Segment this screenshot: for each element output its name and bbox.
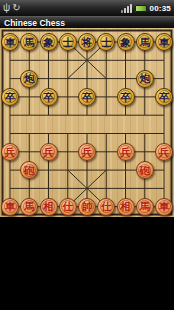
piece-black-soldier[interactable]: 卒 [78, 88, 96, 106]
piece-red-elephant[interactable]: 相 [40, 198, 58, 216]
piece-red-soldier[interactable]: 兵 [40, 143, 58, 161]
status-icons-right: 00:35 [121, 4, 174, 13]
piece-black-soldier[interactable]: 卒 [1, 88, 19, 106]
piece-black-advisor[interactable]: 士 [97, 33, 115, 51]
piece-black-advisor[interactable]: 士 [59, 33, 77, 51]
piece-black-soldier[interactable]: 卒 [155, 88, 173, 106]
status-icons-left: ψ ↻ [0, 3, 121, 13]
piece-red-soldier[interactable]: 兵 [155, 143, 173, 161]
piece-red-advisor[interactable]: 仕 [59, 198, 77, 216]
piece-red-horse[interactable]: 馬 [136, 198, 154, 216]
piece-red-soldier[interactable]: 兵 [78, 143, 96, 161]
pieces-layer: 車馬象士将士象馬車炮炮卒卒卒卒卒兵兵兵兵兵砲砲車馬相仕帥仕相馬車 [0, 33, 173, 216]
lower-black-area [0, 217, 174, 310]
piece-red-chariot[interactable]: 車 [155, 198, 173, 216]
piece-black-soldier[interactable]: 卒 [40, 88, 58, 106]
piece-black-elephant[interactable]: 象 [40, 33, 58, 51]
piece-red-chariot[interactable]: 車 [1, 198, 19, 216]
piece-black-horse[interactable]: 馬 [20, 33, 38, 51]
piece-red-elephant[interactable]: 相 [117, 198, 135, 216]
piece-black-cannon[interactable]: 炮 [20, 70, 38, 88]
app-title: Chinese Chess [0, 18, 65, 28]
piece-red-horse[interactable]: 馬 [20, 198, 38, 216]
piece-black-horse[interactable]: 馬 [136, 33, 154, 51]
piece-black-chariot[interactable]: 車 [155, 33, 173, 51]
title-bar: Chinese Chess [0, 16, 174, 28]
signal-icon [121, 4, 132, 13]
piece-black-elephant[interactable]: 象 [117, 33, 135, 51]
usb-icon: ψ [3, 3, 10, 13]
piece-black-chariot[interactable]: 車 [1, 33, 19, 51]
piece-red-general[interactable]: 帥 [78, 198, 96, 216]
piece-black-general[interactable]: 将 [78, 33, 96, 51]
piece-red-cannon[interactable]: 砲 [136, 161, 154, 179]
piece-red-soldier[interactable]: 兵 [1, 143, 19, 161]
piece-red-cannon[interactable]: 砲 [20, 161, 38, 179]
piece-red-advisor[interactable]: 仕 [97, 198, 115, 216]
phone-screen: ψ ↻ 00:35 Chinese Chess [0, 0, 174, 310]
sync-icon: ↻ [12, 3, 20, 13]
status-bar: ψ ↻ 00:35 [0, 0, 174, 16]
xiangqi-board[interactable]: 車馬象士将士象馬車炮炮卒卒卒卒卒兵兵兵兵兵砲砲車馬相仕帥仕相馬車 [0, 28, 174, 217]
piece-black-cannon[interactable]: 炮 [136, 70, 154, 88]
battery-icon [135, 5, 147, 12]
piece-black-soldier[interactable]: 卒 [117, 88, 135, 106]
status-clock: 00:35 [150, 4, 171, 13]
piece-red-soldier[interactable]: 兵 [117, 143, 135, 161]
